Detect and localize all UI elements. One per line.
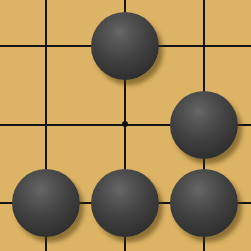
black-stone-r2c3: ● [170,91,238,159]
black-stone-r1c2: ● [91,12,159,80]
black-stone-r3c2: ● [91,169,159,237]
stone-glyph: ● [170,169,238,237]
stone-glyph: ● [91,169,159,237]
star-point-hoshi [122,121,128,127]
go-board[interactable]: ●●●●● [0,0,251,251]
stone-glyph: ● [170,91,238,159]
black-stone-r3c1: ● [12,169,80,237]
stone-glyph: ● [91,12,159,80]
black-stone-r3c3: ● [170,169,238,237]
stone-glyph: ● [12,169,80,237]
